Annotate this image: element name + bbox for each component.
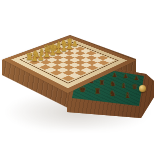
chess-board [3, 36, 136, 93]
chess-board-grid [24, 43, 114, 82]
drawer-knob[interactable] [139, 85, 146, 92]
board-perspective-wrapper [22, 13, 116, 107]
chess-set-photo: ♜♞♝♛♚♝♞♜♟♟♟♟♟♟♟♟♟♟♟♟♟♟♟♟♜♞♝♛♚♜♞♝ [0, 0, 160, 160]
